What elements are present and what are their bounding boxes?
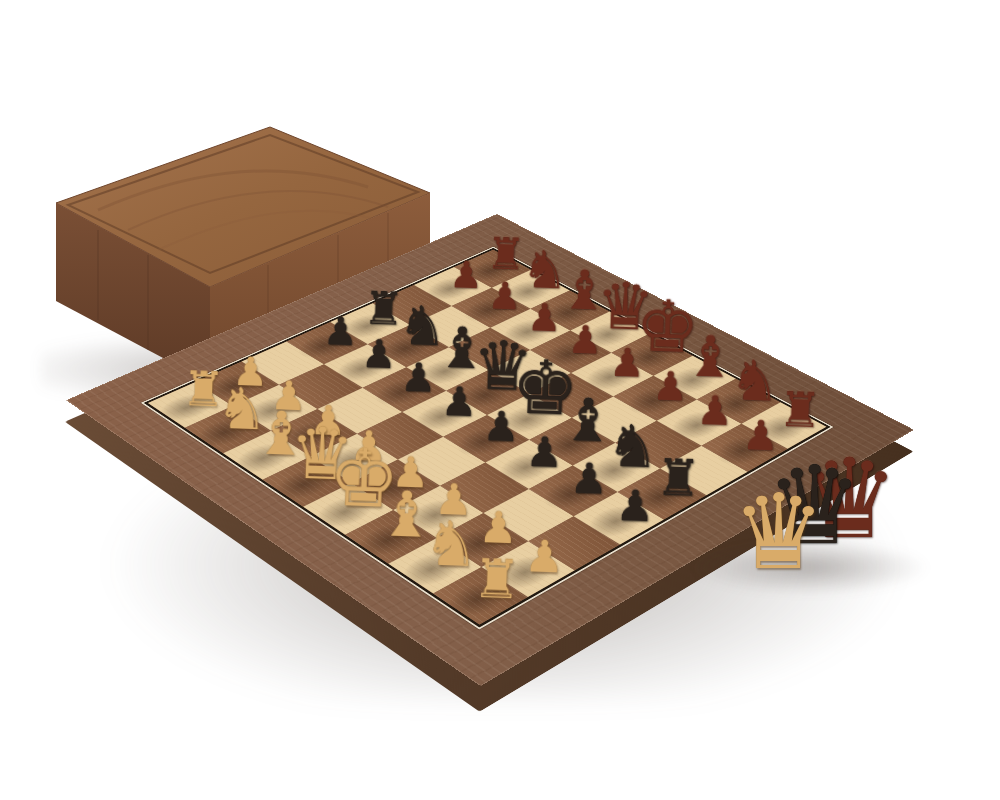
boxwood-rook-a1: ♜: [459, 551, 536, 607]
playing-area: ♜♟♟♜♟♜♞♟♟♞♟♞♝♟♟♝♟♝♛♟♟♛♟♛♚♟♟♚♟♚♝♟♟♝♟♝♞♟♟♞…: [144, 248, 831, 628]
spare-queen-boxwood: ♛: [732, 480, 825, 584]
ebonised-pawn-d1: ♟: [605, 484, 666, 529]
board-area: ♜♟♟♜♟♜♞♟♟♞♟♞♝♟♟♝♟♝♛♟♟♛♟♛♚♟♟♚♟♚♝♟♟♝♟♝♞♟♟♞…: [0, 0, 1000, 800]
